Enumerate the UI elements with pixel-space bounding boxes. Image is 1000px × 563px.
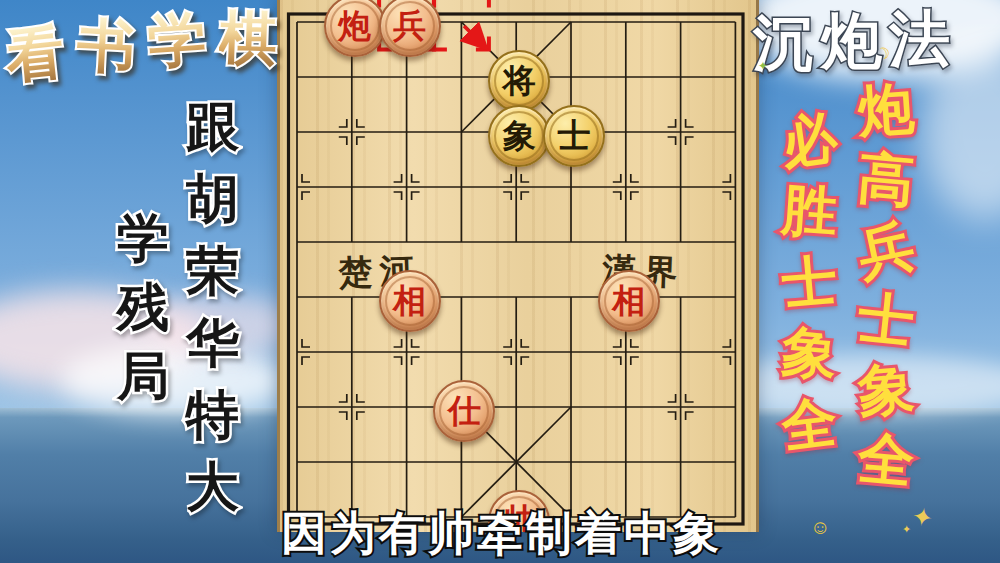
piece-black-general[interactable]: 将 bbox=[488, 50, 550, 112]
sparkle-icon: ✦ bbox=[910, 503, 935, 531]
piece-red-elephant[interactable]: 相 bbox=[379, 270, 441, 332]
left-caption-line-2: 学学残残局局 bbox=[117, 212, 169, 402]
subtitle-caption: 因因为为有有帅帅牵牵制制着着中中象象 bbox=[0, 510, 1000, 556]
video-frame: 楚河漢界 炮兵将象士相相仕帅 看看书书学学棋棋 跟跟胡胡荣荣华华特特大大 学学残… bbox=[0, 0, 1000, 563]
piece-character: 象 bbox=[503, 120, 536, 153]
left-caption-line-1: 跟跟胡胡荣荣华华特特大大 bbox=[186, 100, 239, 513]
piece-red-soldier[interactable]: 兵 bbox=[379, 0, 441, 57]
piece-black-elephant[interactable]: 象 bbox=[488, 105, 550, 167]
piece-character: 将 bbox=[503, 65, 536, 98]
piece-character: 仕 bbox=[448, 395, 481, 428]
xiangqi-board[interactable]: 楚河漢界 炮兵将象士相相仕帅 bbox=[277, 0, 759, 532]
channel-title: 看看书书学学棋棋 bbox=[6, 12, 277, 70]
piece-character: 士 bbox=[558, 120, 591, 153]
piece-character: 兵 bbox=[393, 10, 426, 43]
right-caption-line-2: 必必胜胜士士象象全全 bbox=[782, 113, 837, 452]
piece-black-advisor[interactable]: 士 bbox=[543, 105, 605, 167]
green-sparkle-icon: ✦ bbox=[758, 60, 768, 72]
cloud bbox=[60, 345, 290, 415]
sparkle-icon: ✦ bbox=[902, 524, 911, 535]
piece-character: 相 bbox=[393, 285, 426, 318]
right-caption-line-1: 炮炮高高兵兵士士象象全全 bbox=[858, 82, 914, 488]
smiley-icon: ☺ bbox=[810, 517, 830, 537]
piece-red-elephant[interactable]: 相 bbox=[598, 270, 660, 332]
piece-character: 炮 bbox=[338, 10, 371, 43]
piece-red-advisor[interactable]: 仕 bbox=[433, 380, 495, 442]
piece-character: 相 bbox=[612, 285, 645, 318]
method-title: 沉沉炮炮法法 bbox=[753, 9, 950, 70]
